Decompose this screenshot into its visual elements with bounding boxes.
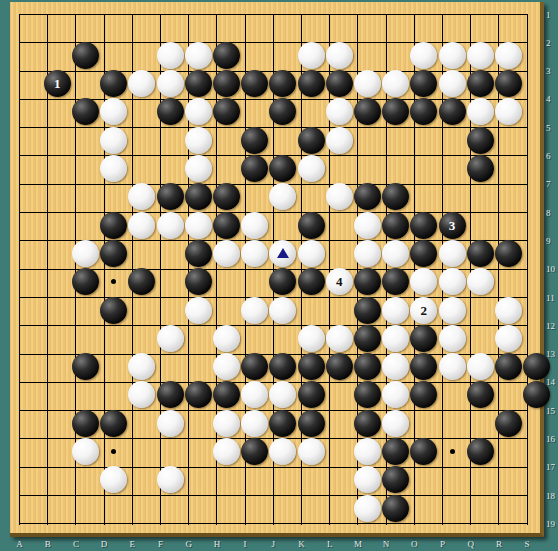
white-stone-Q4[interactable] — [467, 98, 494, 125]
black-stone-H4[interactable] — [213, 98, 240, 125]
black-stone-Q9[interactable] — [467, 240, 494, 267]
white-stone-K2[interactable] — [298, 42, 325, 69]
white-stone-F8[interactable] — [157, 212, 184, 239]
white-stone-L12[interactable] — [326, 325, 353, 352]
white-stone-M16[interactable] — [354, 438, 381, 465]
white-stone-G5[interactable] — [185, 127, 212, 154]
black-stone-N10[interactable] — [382, 268, 409, 295]
white-stone-L7[interactable] — [326, 183, 353, 210]
white-stone-E14[interactable] — [128, 381, 155, 408]
black-stone-G14[interactable] — [185, 381, 212, 408]
row-label-7: 7 — [546, 178, 558, 190]
black-stone-F7[interactable] — [157, 183, 184, 210]
white-stone-I14[interactable] — [241, 381, 268, 408]
black-stone-N8[interactable] — [382, 212, 409, 239]
white-stone-Q2[interactable] — [467, 42, 494, 69]
black-stone-G9[interactable] — [185, 240, 212, 267]
white-stone-E8[interactable] — [128, 212, 155, 239]
white-stone-L5[interactable] — [326, 127, 353, 154]
black-stone-D8[interactable] — [100, 212, 127, 239]
black-stone-O16[interactable] — [410, 438, 437, 465]
black-stone-D3[interactable] — [100, 70, 127, 97]
black-stone-P8-move-3[interactable]: 3 — [439, 212, 466, 239]
black-stone-I3[interactable] — [241, 70, 268, 97]
row-label-3: 3 — [546, 65, 558, 77]
white-stone-K12[interactable] — [298, 325, 325, 352]
black-stone-K10[interactable] — [298, 268, 325, 295]
white-stone-D4[interactable] — [100, 98, 127, 125]
black-stone-N7[interactable] — [382, 183, 409, 210]
black-stone-H3[interactable] — [213, 70, 240, 97]
black-stone-M14[interactable] — [354, 381, 381, 408]
black-stone-Q3[interactable] — [467, 70, 494, 97]
black-stone-O8[interactable] — [410, 212, 437, 239]
row-label-13: 13 — [546, 348, 558, 360]
white-stone-N3[interactable] — [382, 70, 409, 97]
black-stone-K3[interactable] — [298, 70, 325, 97]
black-stone-I5[interactable] — [241, 127, 268, 154]
black-stone-C15[interactable] — [72, 410, 99, 437]
white-stone-D5[interactable] — [100, 127, 127, 154]
column-label-N: N — [378, 538, 394, 550]
black-stone-M13[interactable] — [354, 353, 381, 380]
white-stone-P11[interactable] — [439, 297, 466, 324]
black-stone-J13[interactable] — [269, 353, 296, 380]
black-stone-R3[interactable] — [495, 70, 522, 97]
white-stone-G11[interactable] — [185, 297, 212, 324]
white-stone-R12[interactable] — [495, 325, 522, 352]
white-stone-O10[interactable] — [410, 268, 437, 295]
white-stone-G6[interactable] — [185, 155, 212, 182]
black-stone-J10[interactable] — [269, 268, 296, 295]
column-label-P: P — [435, 538, 451, 550]
column-label-H: H — [209, 538, 225, 550]
white-stone-M3[interactable] — [354, 70, 381, 97]
white-stone-H15[interactable] — [213, 410, 240, 437]
white-stone-H9[interactable] — [213, 240, 240, 267]
column-label-R: R — [491, 538, 507, 550]
white-stone-L10-move-4[interactable]: 4 — [326, 268, 353, 295]
black-stone-G10[interactable] — [185, 268, 212, 295]
black-stone-L13[interactable] — [326, 353, 353, 380]
column-label-C: C — [68, 538, 84, 550]
black-stone-R13[interactable] — [495, 353, 522, 380]
black-stone-J3[interactable] — [269, 70, 296, 97]
column-label-A: A — [12, 538, 28, 550]
star-point-D10 — [111, 279, 116, 284]
white-stone-D17[interactable] — [100, 466, 127, 493]
black-stone-K8[interactable] — [298, 212, 325, 239]
white-stone-N9[interactable] — [382, 240, 409, 267]
black-stone-N16[interactable] — [382, 438, 409, 465]
goban[interactable]: 1342 — [10, 2, 544, 537]
white-stone-F17[interactable] — [157, 466, 184, 493]
board-grid[interactable]: 1342 — [19, 14, 528, 525]
black-stone-C13[interactable] — [72, 353, 99, 380]
white-stone-P9[interactable] — [439, 240, 466, 267]
white-stone-M18[interactable] — [354, 495, 381, 522]
black-stone-C2[interactable] — [72, 42, 99, 69]
column-label-D: D — [96, 538, 112, 550]
white-stone-O2[interactable] — [410, 42, 437, 69]
white-stone-M17[interactable] — [354, 466, 381, 493]
white-stone-I15[interactable] — [241, 410, 268, 437]
black-stone-D15[interactable] — [100, 410, 127, 437]
row-label-2: 2 — [546, 37, 558, 49]
white-stone-J14[interactable] — [269, 381, 296, 408]
white-stone-O11-move-2[interactable]: 2 — [410, 297, 437, 324]
white-stone-J16[interactable] — [269, 438, 296, 465]
black-stone-E10[interactable] — [128, 268, 155, 295]
row-label-19: 19 — [546, 518, 558, 530]
black-stone-H7[interactable] — [213, 183, 240, 210]
black-stone-M7[interactable] — [354, 183, 381, 210]
white-stone-R2[interactable] — [495, 42, 522, 69]
column-label-O: O — [406, 538, 422, 550]
black-stone-Q16[interactable] — [467, 438, 494, 465]
black-stone-I6[interactable] — [241, 155, 268, 182]
white-stone-R11[interactable] — [495, 297, 522, 324]
black-stone-J6[interactable] — [269, 155, 296, 182]
white-stone-G4[interactable] — [185, 98, 212, 125]
black-stone-N4[interactable] — [382, 98, 409, 125]
white-stone-Q13[interactable] — [467, 353, 494, 380]
white-stone-G2[interactable] — [185, 42, 212, 69]
white-stone-J11[interactable] — [269, 297, 296, 324]
white-stone-P12[interactable] — [439, 325, 466, 352]
black-stone-D11[interactable] — [100, 297, 127, 324]
black-stone-Q5[interactable] — [467, 127, 494, 154]
white-stone-Q10[interactable] — [467, 268, 494, 295]
star-point-D16 — [111, 449, 116, 454]
column-label-L: L — [322, 538, 338, 550]
white-stone-N12[interactable] — [382, 325, 409, 352]
black-stone-I13[interactable] — [241, 353, 268, 380]
white-stone-M8[interactable] — [354, 212, 381, 239]
white-stone-E3[interactable] — [128, 70, 155, 97]
column-label-J: J — [265, 538, 281, 550]
black-stone-F14[interactable] — [157, 381, 184, 408]
column-label-G: G — [181, 538, 197, 550]
row-label-1: 1 — [546, 9, 558, 21]
column-label-I: I — [237, 538, 253, 550]
row-label-17: 17 — [546, 461, 558, 473]
white-stone-L2[interactable] — [326, 42, 353, 69]
black-stone-O12[interactable] — [410, 325, 437, 352]
white-stone-G8[interactable] — [185, 212, 212, 239]
white-stone-N15[interactable] — [382, 410, 409, 437]
white-stone-R4[interactable] — [495, 98, 522, 125]
white-stone-N13[interactable] — [382, 353, 409, 380]
white-stone-P10[interactable] — [439, 268, 466, 295]
white-stone-H12[interactable] — [213, 325, 240, 352]
black-stone-O9[interactable] — [410, 240, 437, 267]
black-stone-K14[interactable] — [298, 381, 325, 408]
black-stone-M15[interactable] — [354, 410, 381, 437]
black-stone-M4[interactable] — [354, 98, 381, 125]
star-point-P16 — [450, 449, 455, 454]
black-stone-K13[interactable] — [298, 353, 325, 380]
row-label-10: 10 — [546, 263, 558, 275]
black-stone-L3[interactable] — [326, 70, 353, 97]
white-stone-I11[interactable] — [241, 297, 268, 324]
column-label-E: E — [124, 538, 140, 550]
black-stone-C4[interactable] — [72, 98, 99, 125]
column-label-K: K — [294, 538, 310, 550]
white-stone-F15[interactable] — [157, 410, 184, 437]
white-stone-J9[interactable] — [269, 240, 296, 267]
black-stone-O14[interactable] — [410, 381, 437, 408]
white-stone-F12[interactable] — [157, 325, 184, 352]
white-stone-K16[interactable] — [298, 438, 325, 465]
row-label-5: 5 — [546, 122, 558, 134]
black-stone-J4[interactable] — [269, 98, 296, 125]
black-stone-D9[interactable] — [100, 240, 127, 267]
column-label-M: M — [350, 538, 366, 550]
black-stone-M12[interactable] — [354, 325, 381, 352]
white-stone-K6[interactable] — [298, 155, 325, 182]
row-label-12: 12 — [546, 320, 558, 332]
white-stone-I9[interactable] — [241, 240, 268, 267]
row-label-14: 14 — [546, 376, 558, 388]
white-stone-H13[interactable] — [213, 353, 240, 380]
black-stone-H8[interactable] — [213, 212, 240, 239]
black-stone-P4[interactable] — [439, 98, 466, 125]
black-stone-G3[interactable] — [185, 70, 212, 97]
white-stone-E7[interactable] — [128, 183, 155, 210]
row-label-4: 4 — [546, 93, 558, 105]
white-stone-E13[interactable] — [128, 353, 155, 380]
black-stone-K5[interactable] — [298, 127, 325, 154]
black-stone-O13[interactable] — [410, 353, 437, 380]
triangle-mark-icon — [277, 248, 289, 258]
white-stone-P2[interactable] — [439, 42, 466, 69]
row-label-15: 15 — [546, 405, 558, 417]
row-label-6: 6 — [546, 150, 558, 162]
white-stone-P13[interactable] — [439, 353, 466, 380]
white-stone-I8[interactable] — [241, 212, 268, 239]
column-label-S: S — [519, 538, 535, 550]
black-stone-B3-move-1[interactable]: 1 — [44, 70, 71, 97]
row-label-8: 8 — [546, 207, 558, 219]
column-label-Q: Q — [463, 538, 479, 550]
white-stone-C16[interactable] — [72, 438, 99, 465]
white-stone-D6[interactable] — [100, 155, 127, 182]
black-stone-R15[interactable] — [495, 410, 522, 437]
white-stone-M9[interactable] — [354, 240, 381, 267]
go-app-canvas: 1342 ABCDEFGHIJKLMNOPQRS 123456789101112… — [0, 0, 558, 551]
row-label-11: 11 — [546, 292, 558, 304]
column-label-F: F — [153, 538, 169, 550]
white-stone-N14[interactable] — [382, 381, 409, 408]
black-stone-N17[interactable] — [382, 466, 409, 493]
black-stone-M11[interactable] — [354, 297, 381, 324]
white-stone-N11[interactable] — [382, 297, 409, 324]
black-stone-Q6[interactable] — [467, 155, 494, 182]
white-stone-P3[interactable] — [439, 70, 466, 97]
black-stone-C10[interactable] — [72, 268, 99, 295]
black-stone-N18[interactable] — [382, 495, 409, 522]
black-stone-R9[interactable] — [495, 240, 522, 267]
row-label-16: 16 — [546, 433, 558, 445]
black-stone-I16[interactable] — [241, 438, 268, 465]
black-stone-M10[interactable] — [354, 268, 381, 295]
white-stone-L4[interactable] — [326, 98, 353, 125]
black-stone-O3[interactable] — [410, 70, 437, 97]
row-label-18: 18 — [546, 490, 558, 502]
column-label-B: B — [40, 538, 56, 550]
black-stone-Q14[interactable] — [467, 381, 494, 408]
black-stone-H14[interactable] — [213, 381, 240, 408]
white-stone-K9[interactable] — [298, 240, 325, 267]
black-stone-J15[interactable] — [269, 410, 296, 437]
black-stone-O4[interactable] — [410, 98, 437, 125]
black-stone-H2[interactable] — [213, 42, 240, 69]
black-stone-F4[interactable] — [157, 98, 184, 125]
white-stone-F2[interactable] — [157, 42, 184, 69]
white-stone-F3[interactable] — [157, 70, 184, 97]
row-label-9: 9 — [546, 235, 558, 247]
white-stone-C9[interactable] — [72, 240, 99, 267]
black-stone-G7[interactable] — [185, 183, 212, 210]
white-stone-H16[interactable] — [213, 438, 240, 465]
black-stone-K15[interactable] — [298, 410, 325, 437]
white-stone-J7[interactable] — [269, 183, 296, 210]
